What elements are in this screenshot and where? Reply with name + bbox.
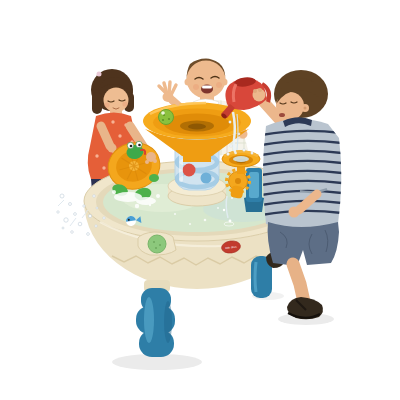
table-front-leg (136, 280, 175, 357)
scene: little tikes (0, 0, 400, 400)
spiral-ball-red (183, 164, 196, 177)
boy-right-shorts (268, 222, 339, 266)
table-drain (148, 235, 166, 253)
product-photo: little tikes (0, 0, 400, 400)
girl-hair-clip (97, 72, 102, 77)
green-ball (159, 110, 174, 125)
child-boy-right (261, 70, 342, 319)
boy-right-hand (289, 207, 300, 218)
boy-center-hand (159, 82, 178, 104)
spiral-ball-blue (201, 173, 212, 184)
